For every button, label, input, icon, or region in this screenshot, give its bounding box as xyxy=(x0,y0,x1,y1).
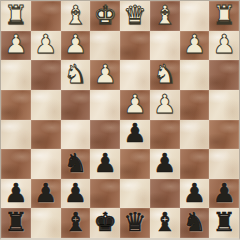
square-h7[interactable]: ♟ xyxy=(1,179,31,209)
square-g3[interactable] xyxy=(31,60,61,90)
square-g1[interactable] xyxy=(31,1,61,31)
piece-white-bishop[interactable]: ♝ xyxy=(64,2,87,28)
piece-black-rook[interactable]: ♜ xyxy=(212,209,235,235)
piece-white-pawn[interactable]: ♟ xyxy=(183,31,206,57)
square-a5[interactable] xyxy=(209,120,239,150)
piece-black-rook[interactable]: ♜ xyxy=(4,209,27,235)
piece-white-rook[interactable]: ♜ xyxy=(4,2,27,28)
square-e2[interactable] xyxy=(90,31,120,61)
square-g8[interactable] xyxy=(31,208,61,238)
piece-white-pawn[interactable]: ♟ xyxy=(123,91,146,117)
square-b6[interactable] xyxy=(180,149,210,179)
square-e4[interactable] xyxy=(90,90,120,120)
piece-white-knight[interactable]: ♞ xyxy=(64,61,87,87)
piece-black-knight[interactable]: ♞ xyxy=(183,209,206,235)
piece-black-queen[interactable]: ♛ xyxy=(123,209,146,235)
piece-white-pawn[interactable]: ♟ xyxy=(4,31,27,57)
piece-white-king[interactable]: ♚ xyxy=(93,2,116,28)
square-c6[interactable]: ♟ xyxy=(150,149,180,179)
piece-white-pawn[interactable]: ♟ xyxy=(93,61,116,87)
square-f6[interactable]: ♞ xyxy=(61,149,91,179)
piece-white-pawn[interactable]: ♟ xyxy=(153,91,176,117)
square-a8[interactable]: ♜ xyxy=(209,208,239,238)
square-c4[interactable]: ♟ xyxy=(150,90,180,120)
square-b7[interactable]: ♟ xyxy=(180,179,210,209)
square-d3[interactable] xyxy=(120,60,150,90)
square-f2[interactable]: ♟ xyxy=(61,31,91,61)
square-a4[interactable] xyxy=(209,90,239,120)
square-f4[interactable] xyxy=(61,90,91,120)
square-d1[interactable]: ♛ xyxy=(120,1,150,31)
piece-black-bishop[interactable]: ♝ xyxy=(64,209,87,235)
square-a7[interactable]: ♟ xyxy=(209,179,239,209)
square-g4[interactable] xyxy=(31,90,61,120)
square-e1[interactable]: ♚ xyxy=(90,1,120,31)
square-b3[interactable] xyxy=(180,60,210,90)
square-e7[interactable] xyxy=(90,179,120,209)
square-e3[interactable]: ♟ xyxy=(90,60,120,90)
square-f1[interactable]: ♝ xyxy=(61,1,91,31)
square-e8[interactable]: ♚ xyxy=(90,208,120,238)
piece-white-pawn[interactable]: ♟ xyxy=(212,31,235,57)
piece-white-queen[interactable]: ♛ xyxy=(123,2,146,28)
square-h8[interactable]: ♜ xyxy=(1,208,31,238)
square-c1[interactable]: ♝ xyxy=(150,1,180,31)
square-e6[interactable]: ♟ xyxy=(90,149,120,179)
square-g2[interactable]: ♟ xyxy=(31,31,61,61)
square-c8[interactable]: ♝ xyxy=(150,208,180,238)
square-f8[interactable]: ♝ xyxy=(61,208,91,238)
piece-black-pawn[interactable]: ♟ xyxy=(93,150,116,176)
square-g5[interactable] xyxy=(31,120,61,150)
piece-white-knight[interactable]: ♞ xyxy=(153,61,176,87)
piece-black-pawn[interactable]: ♟ xyxy=(64,180,87,206)
square-h5[interactable] xyxy=(1,120,31,150)
square-a2[interactable]: ♟ xyxy=(209,31,239,61)
piece-black-pawn[interactable]: ♟ xyxy=(34,180,57,206)
square-d5[interactable]: ♟ xyxy=(120,120,150,150)
square-d4[interactable]: ♟ xyxy=(120,90,150,120)
square-h1[interactable]: ♜ xyxy=(1,1,31,31)
square-e5[interactable] xyxy=(90,120,120,150)
piece-white-pawn[interactable]: ♟ xyxy=(64,31,87,57)
square-b1[interactable] xyxy=(180,1,210,31)
square-b4[interactable] xyxy=(180,90,210,120)
square-c7[interactable] xyxy=(150,179,180,209)
piece-black-pawn[interactable]: ♟ xyxy=(153,150,176,176)
piece-black-king[interactable]: ♚ xyxy=(93,209,116,235)
square-d2[interactable] xyxy=(120,31,150,61)
piece-black-bishop[interactable]: ♝ xyxy=(153,209,176,235)
piece-black-pawn[interactable]: ♟ xyxy=(123,120,146,146)
square-c5[interactable] xyxy=(150,120,180,150)
square-f7[interactable]: ♟ xyxy=(61,179,91,209)
square-h3[interactable] xyxy=(1,60,31,90)
square-d7[interactable] xyxy=(120,179,150,209)
square-h2[interactable]: ♟ xyxy=(1,31,31,61)
square-b5[interactable] xyxy=(180,120,210,150)
square-f5[interactable] xyxy=(61,120,91,150)
piece-black-knight[interactable]: ♞ xyxy=(64,150,87,176)
square-g7[interactable]: ♟ xyxy=(31,179,61,209)
square-d6[interactable] xyxy=(120,149,150,179)
square-g6[interactable] xyxy=(31,149,61,179)
square-f3[interactable]: ♞ xyxy=(61,60,91,90)
piece-white-pawn[interactable]: ♟ xyxy=(34,31,57,57)
piece-black-pawn[interactable]: ♟ xyxy=(212,180,235,206)
piece-white-rook[interactable]: ♜ xyxy=(212,2,235,28)
piece-black-pawn[interactable]: ♟ xyxy=(4,180,27,206)
square-d8[interactable]: ♛ xyxy=(120,208,150,238)
square-a1[interactable]: ♜ xyxy=(209,1,239,31)
square-h6[interactable] xyxy=(1,149,31,179)
square-a3[interactable] xyxy=(209,60,239,90)
piece-white-bishop[interactable]: ♝ xyxy=(153,2,176,28)
square-b8[interactable]: ♞ xyxy=(180,208,210,238)
square-c3[interactable]: ♞ xyxy=(150,60,180,90)
square-h4[interactable] xyxy=(1,90,31,120)
square-a6[interactable] xyxy=(209,149,239,179)
square-c2[interactable] xyxy=(150,31,180,61)
chess-board-frame: ♜♝♚♛♝♜♟♟♟♟♟♞♟♞♟♟♟♞♟♟♟♟♟♟♟♜♝♚♛♝♞♜ xyxy=(0,0,240,240)
chess-board: ♜♝♚♛♝♜♟♟♟♟♟♞♟♞♟♟♟♞♟♟♟♟♟♟♟♜♝♚♛♝♞♜ xyxy=(1,1,239,238)
square-b2[interactable]: ♟ xyxy=(180,31,210,61)
piece-black-pawn[interactable]: ♟ xyxy=(183,180,206,206)
